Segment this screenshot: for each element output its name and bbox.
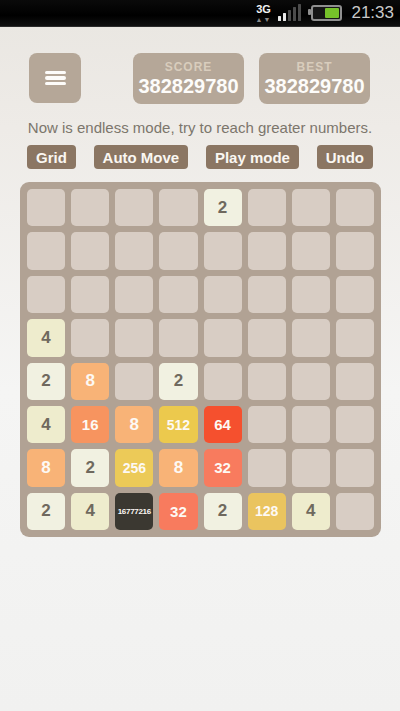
empty-cell: [159, 276, 197, 313]
hamburger-icon: [45, 71, 66, 75]
network-indicator-3g-icon: 3G ▲▼: [256, 4, 272, 23]
tile-16: 16: [71, 406, 109, 443]
empty-cell: [336, 406, 374, 443]
empty-cell: [204, 276, 242, 313]
tile-32: 32: [204, 449, 242, 486]
empty-cell: [292, 319, 330, 356]
toolbar: Grid Auto Move Play mode Undo: [0, 145, 400, 169]
empty-cell: [71, 232, 109, 269]
menu-button[interactable]: [29, 53, 81, 103]
empty-cell: [27, 232, 65, 269]
empty-cell: [204, 363, 242, 400]
tile-256: 256: [115, 449, 153, 486]
data-transfer-arrows-icon: ▲▼: [256, 16, 272, 23]
tile-8: 8: [159, 449, 197, 486]
status-bar: 3G ▲▼ 21:33: [0, 0, 400, 27]
tile-4: 4: [71, 493, 109, 530]
empty-cell: [248, 319, 286, 356]
mode-message: Now is endless mode, try to reach greate…: [0, 119, 400, 136]
empty-cell: [292, 189, 330, 226]
empty-cell: [248, 276, 286, 313]
undo-button[interactable]: Undo: [317, 145, 373, 169]
best-value: 382829780: [259, 74, 370, 98]
score-value: 382829780: [133, 74, 244, 98]
empty-cell: [71, 189, 109, 226]
empty-cell: [115, 319, 153, 356]
tile-128: 128: [248, 493, 286, 530]
play-mode-button[interactable]: Play mode: [206, 145, 299, 169]
clock: 21:33: [351, 3, 394, 23]
empty-cell: [292, 276, 330, 313]
battery-icon: [311, 5, 342, 21]
tile-2: 2: [27, 493, 65, 530]
empty-cell: [336, 232, 374, 269]
signal-strength-icon: [278, 4, 301, 21]
network-type-label: 3G: [256, 4, 271, 15]
header: SCORE 382829780 BEST 382829780: [0, 53, 400, 104]
empty-cell: [248, 449, 286, 486]
empty-cell: [292, 449, 330, 486]
tile-8: 8: [27, 449, 65, 486]
empty-cell: [27, 276, 65, 313]
empty-cell: [71, 319, 109, 356]
empty-cell: [115, 276, 153, 313]
empty-cell: [248, 189, 286, 226]
empty-cell: [248, 406, 286, 443]
empty-cell: [71, 276, 109, 313]
tile-4: 4: [27, 319, 65, 356]
empty-cell: [336, 449, 374, 486]
empty-cell: [336, 189, 374, 226]
empty-cell: [248, 363, 286, 400]
empty-cell: [248, 232, 286, 269]
tile-32: 32: [159, 493, 197, 530]
empty-cell: [336, 493, 374, 530]
score-label: SCORE: [133, 60, 244, 74]
board[interactable]: 242824168512648225683224167772163221284: [20, 182, 381, 537]
tile-4: 4: [27, 406, 65, 443]
grid-button[interactable]: Grid: [27, 145, 76, 169]
empty-cell: [292, 363, 330, 400]
tile-512: 512: [159, 406, 197, 443]
empty-cell: [159, 319, 197, 356]
empty-cell: [159, 189, 197, 226]
tile-2: 2: [159, 363, 197, 400]
empty-cell: [336, 276, 374, 313]
empty-cell: [115, 232, 153, 269]
tile-4: 4: [292, 493, 330, 530]
tile-16777216: 16777216: [115, 493, 153, 530]
empty-cell: [204, 319, 242, 356]
best-box: BEST 382829780: [259, 53, 370, 104]
empty-cell: [336, 363, 374, 400]
tile-64: 64: [204, 406, 242, 443]
empty-cell: [159, 232, 197, 269]
empty-cell: [27, 189, 65, 226]
score-box: SCORE 382829780: [133, 53, 244, 104]
empty-cell: [292, 406, 330, 443]
empty-cell: [336, 319, 374, 356]
score-group: SCORE 382829780 BEST 382829780: [133, 53, 370, 104]
empty-cell: [204, 232, 242, 269]
empty-cell: [115, 363, 153, 400]
best-label: BEST: [259, 60, 370, 74]
tile-2: 2: [27, 363, 65, 400]
empty-cell: [292, 232, 330, 269]
tile-8: 8: [71, 363, 109, 400]
tile-2: 2: [71, 449, 109, 486]
tile-2: 2: [204, 493, 242, 530]
tile-2: 2: [204, 189, 242, 226]
empty-cell: [115, 189, 153, 226]
auto-move-button[interactable]: Auto Move: [94, 145, 189, 169]
tile-8: 8: [115, 406, 153, 443]
